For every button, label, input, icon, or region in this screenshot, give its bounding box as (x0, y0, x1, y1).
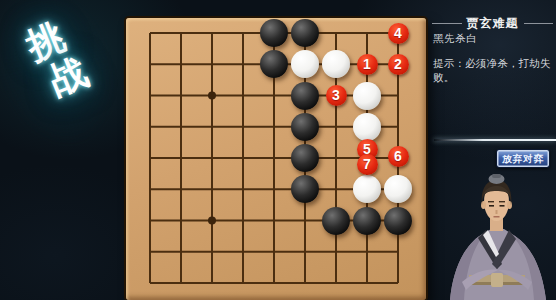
go-board[interactable]: 1234567 (126, 18, 426, 300)
game-screen: 挑 战 1234567 贾玄难题 黑先杀白 提示：必须净杀，打劫失败。 放弃对弈 (0, 0, 556, 300)
move-marker-3: 3 (326, 85, 347, 106)
move-marker-6: 6 (388, 146, 409, 167)
move-marker-4: 4 (388, 23, 409, 44)
npc-portrait (436, 172, 556, 300)
panel-divider (434, 139, 556, 141)
move-marker-1: 1 (357, 54, 378, 75)
move-marker-7: 7 (357, 154, 378, 175)
move-marker-2: 2 (388, 54, 409, 75)
resign-button[interactable]: 放弃对弈 (496, 149, 550, 168)
stone-black (322, 207, 350, 235)
puzzle-objective: 黑先杀白 (433, 32, 477, 46)
puzzle-hint: 提示：必须净杀，打劫失败。 (433, 57, 555, 85)
title-rule-left (432, 23, 462, 24)
stone-black (291, 19, 319, 47)
puzzle-title: 贾玄难题 (467, 15, 519, 32)
stone-white (353, 82, 381, 110)
stone-black (291, 113, 319, 141)
stone-black (260, 19, 288, 47)
stone-black (384, 207, 412, 235)
puzzle-title-row: 贾玄难题 (432, 15, 553, 32)
stone-black (353, 207, 381, 235)
title-rule-right (524, 23, 554, 24)
stone-black (291, 82, 319, 110)
stone-white (353, 113, 381, 141)
stone-black (291, 144, 319, 172)
